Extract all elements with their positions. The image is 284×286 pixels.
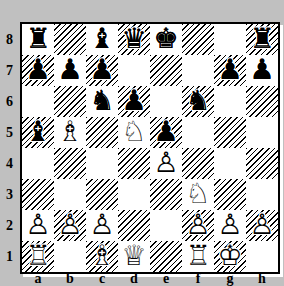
piece-black-rook[interactable]: ♜♜	[22, 24, 54, 55]
piece-black-bishop[interactable]: ♝♝	[86, 24, 118, 55]
piece-outline-layer: ♙	[214, 210, 246, 241]
square-a1[interactable]: ♜♖	[22, 241, 54, 272]
rank-label-1: 1	[0, 241, 19, 272]
piece-outline-layer: ♘	[182, 179, 214, 210]
piece-white-pawn[interactable]: ♟♙	[214, 210, 246, 241]
piece-fill-layer: ♟	[118, 86, 150, 117]
square-g6[interactable]	[214, 86, 246, 117]
piece-fill-layer: ♜	[22, 24, 54, 55]
piece-fill-layer: ♟	[22, 55, 54, 86]
square-a5[interactable]: ♝♝	[22, 117, 54, 148]
square-h5[interactable]	[246, 117, 278, 148]
square-g4[interactable]	[214, 148, 246, 179]
square-e1[interactable]	[150, 241, 182, 272]
piece-black-pawn[interactable]: ♟♟	[214, 55, 246, 86]
file-label-g: g	[214, 272, 246, 286]
piece-black-rook[interactable]: ♜♜	[246, 24, 278, 55]
square-e5[interactable]: ♟♟	[150, 117, 182, 148]
piece-fill-layer: ♝	[54, 117, 86, 148]
square-h2[interactable]: ♟♙	[246, 210, 278, 241]
piece-fill-layer: ♟	[214, 55, 246, 86]
square-e8[interactable]: ♚♚	[150, 24, 182, 55]
piece-fill-layer: ♟	[22, 210, 54, 241]
piece-fill-layer: ♞	[118, 117, 150, 148]
piece-outline-layer: ♝	[22, 117, 54, 148]
piece-fill-layer: ♞	[182, 179, 214, 210]
square-d5[interactable]: ♞♘	[118, 117, 150, 148]
square-h4[interactable]	[246, 148, 278, 179]
square-a2[interactable]: ♟♙	[22, 210, 54, 241]
square-d1[interactable]: ♛♕	[118, 241, 150, 272]
piece-outline-layer: ♙	[182, 210, 214, 241]
piece-fill-layer: ♟	[150, 148, 182, 179]
piece-fill-layer: ♜	[246, 24, 278, 55]
file-label-c: c	[86, 272, 118, 286]
piece-outline-layer: ♙	[86, 210, 118, 241]
piece-outline-layer: ♜	[22, 24, 54, 55]
piece-white-pawn[interactable]: ♟♙	[22, 210, 54, 241]
piece-outline-layer: ♗	[54, 117, 86, 148]
square-a4[interactable]	[22, 148, 54, 179]
square-d7[interactable]	[118, 55, 150, 86]
chessboard[interactable]: ♜♜♝♝♛♛♚♚♜♜♟♟♟♟♟♟♟♟♟♟♞♞♟♟♞♞♝♝♝♗♞♘♟♟♟♙♞♘♟♙…	[22, 24, 278, 272]
file-label-h: h	[246, 272, 278, 286]
piece-white-rook[interactable]: ♜♖	[182, 241, 214, 272]
rank-labels: 87654321	[0, 24, 19, 272]
square-d6[interactable]: ♟♟	[118, 86, 150, 117]
piece-outline-layer: ♛	[118, 24, 150, 55]
piece-white-pawn[interactable]: ♟♙	[150, 148, 182, 179]
piece-white-pawn[interactable]: ♟♙	[54, 210, 86, 241]
square-h8[interactable]: ♜♜	[246, 24, 278, 55]
square-c3[interactable]	[86, 179, 118, 210]
piece-white-king[interactable]: ♚♔	[214, 241, 246, 272]
file-label-f: f	[182, 272, 214, 286]
piece-black-pawn[interactable]: ♟♟	[54, 55, 86, 86]
piece-fill-layer: ♟	[214, 210, 246, 241]
square-d8[interactable]: ♛♛	[118, 24, 150, 55]
piece-fill-layer: ♟	[86, 210, 118, 241]
piece-fill-layer: ♝	[86, 241, 118, 272]
square-a8[interactable]: ♜♜	[22, 24, 54, 55]
rank-label-2: 2	[0, 210, 19, 241]
square-e3[interactable]	[150, 179, 182, 210]
piece-outline-layer: ♟	[22, 55, 54, 86]
square-f4[interactable]	[182, 148, 214, 179]
square-b8[interactable]	[54, 24, 86, 55]
piece-black-pawn[interactable]: ♟♟	[22, 55, 54, 86]
board-frame: ♜♜♝♝♛♛♚♚♜♜♟♟♟♟♟♟♟♟♟♟♞♞♟♟♞♞♝♝♝♗♞♘♟♟♟♙♞♘♟♙…	[20, 22, 280, 274]
square-c6[interactable]: ♞♞	[86, 86, 118, 117]
piece-outline-layer: ♔	[214, 241, 246, 272]
piece-white-bishop[interactable]: ♝♗	[54, 117, 86, 148]
square-a7[interactable]: ♟♟	[22, 55, 54, 86]
rank-label-4: 4	[0, 148, 19, 179]
piece-fill-layer: ♟	[150, 117, 182, 148]
square-a3[interactable]	[22, 179, 54, 210]
piece-fill-layer: ♞	[86, 86, 118, 117]
square-h3[interactable]	[246, 179, 278, 210]
square-c4[interactable]	[86, 148, 118, 179]
square-b6[interactable]	[54, 86, 86, 117]
chess-diagram-window: 87654321 ♜♜♝♝♛♛♚♚♜♜♟♟♟♟♟♟♟♟♟♟♞♞♟♟♞♞♝♝♝♗♞…	[0, 0, 284, 286]
rank-label-3: 3	[0, 179, 19, 210]
file-label-a: a	[22, 272, 54, 286]
square-e4[interactable]: ♟♙	[150, 148, 182, 179]
piece-fill-layer: ♟	[54, 55, 86, 86]
piece-black-knight[interactable]: ♞♞	[182, 86, 214, 117]
piece-white-knight[interactable]: ♞♘	[182, 179, 214, 210]
square-f2[interactable]: ♟♙	[182, 210, 214, 241]
piece-outline-layer: ♙	[150, 148, 182, 179]
square-c1[interactable]: ♝♗	[86, 241, 118, 272]
rank-label-5: 5	[0, 117, 19, 148]
piece-outline-layer: ♙	[22, 210, 54, 241]
square-c2[interactable]: ♟♙	[86, 210, 118, 241]
square-b4[interactable]	[54, 148, 86, 179]
piece-fill-layer: ♜	[22, 241, 54, 272]
square-c8[interactable]: ♝♝	[86, 24, 118, 55]
square-b7[interactable]: ♟♟	[54, 55, 86, 86]
piece-black-queen[interactable]: ♛♛	[118, 24, 150, 55]
piece-fill-layer: ♟	[246, 210, 278, 241]
piece-white-rook[interactable]: ♜♖	[22, 241, 54, 272]
square-g8[interactable]	[214, 24, 246, 55]
piece-black-pawn[interactable]: ♟♟	[86, 55, 118, 86]
piece-outline-layer: ♘	[118, 117, 150, 148]
square-g7[interactable]: ♟♟	[214, 55, 246, 86]
square-e7[interactable]	[150, 55, 182, 86]
piece-outline-layer: ♗	[86, 241, 118, 272]
piece-outline-layer: ♟	[118, 86, 150, 117]
piece-outline-layer: ♜	[246, 24, 278, 55]
square-g5[interactable]	[214, 117, 246, 148]
piece-outline-layer: ♙	[54, 210, 86, 241]
square-h1[interactable]	[246, 241, 278, 272]
piece-white-queen[interactable]: ♛♕	[118, 241, 150, 272]
rank-label-6: 6	[0, 86, 19, 117]
piece-outline-layer: ♟	[214, 55, 246, 86]
piece-black-pawn[interactable]: ♟♟	[150, 117, 182, 148]
piece-outline-layer: ♞	[86, 86, 118, 117]
square-f5[interactable]	[182, 117, 214, 148]
piece-white-knight[interactable]: ♞♘	[118, 117, 150, 148]
piece-outline-layer: ♕	[118, 241, 150, 272]
square-f6[interactable]: ♞♞	[182, 86, 214, 117]
piece-fill-layer: ♛	[118, 241, 150, 272]
piece-fill-layer: ♟	[54, 210, 86, 241]
piece-black-knight[interactable]: ♞♞	[86, 86, 118, 117]
rank-label-7: 7	[0, 55, 19, 86]
square-d3[interactable]	[118, 179, 150, 210]
piece-fill-layer: ♟	[182, 210, 214, 241]
square-g1[interactable]: ♚♔	[214, 241, 246, 272]
piece-outline-layer: ♟	[150, 117, 182, 148]
piece-outline-layer: ♟	[54, 55, 86, 86]
square-c5[interactable]	[86, 117, 118, 148]
square-h6[interactable]	[246, 86, 278, 117]
piece-black-king[interactable]: ♚♚	[150, 24, 182, 55]
piece-white-pawn[interactable]: ♟♙	[246, 210, 278, 241]
file-label-b: b	[54, 272, 86, 286]
square-g3[interactable]	[214, 179, 246, 210]
piece-white-bishop[interactable]: ♝♗	[86, 241, 118, 272]
square-c7[interactable]: ♟♟	[86, 55, 118, 86]
square-b1[interactable]	[54, 241, 86, 272]
square-b3[interactable]	[54, 179, 86, 210]
piece-fill-layer: ♛	[118, 24, 150, 55]
piece-fill-layer: ♚	[150, 24, 182, 55]
square-e2[interactable]	[150, 210, 182, 241]
piece-black-pawn[interactable]: ♟♟	[246, 55, 278, 86]
piece-outline-layer: ♚	[150, 24, 182, 55]
piece-fill-layer: ♚	[214, 241, 246, 272]
square-g2[interactable]: ♟♙	[214, 210, 246, 241]
file-label-d: d	[118, 272, 150, 286]
square-b5[interactable]: ♝♗	[54, 117, 86, 148]
square-f7[interactable]	[182, 55, 214, 86]
rank-label-8: 8	[0, 24, 19, 55]
piece-outline-layer: ♞	[182, 86, 214, 117]
square-f3[interactable]: ♞♘	[182, 179, 214, 210]
piece-white-pawn[interactable]: ♟♙	[182, 210, 214, 241]
piece-fill-layer: ♝	[86, 24, 118, 55]
piece-white-pawn[interactable]: ♟♙	[86, 210, 118, 241]
piece-fill-layer: ♜	[182, 241, 214, 272]
piece-black-pawn[interactable]: ♟♟	[118, 86, 150, 117]
piece-black-bishop[interactable]: ♝♝	[22, 117, 54, 148]
square-e6[interactable]	[150, 86, 182, 117]
piece-fill-layer: ♝	[22, 117, 54, 148]
piece-fill-layer: ♟	[86, 55, 118, 86]
piece-outline-layer: ♖	[22, 241, 54, 272]
square-d4[interactable]	[118, 148, 150, 179]
piece-fill-layer: ♟	[246, 55, 278, 86]
square-f8[interactable]	[182, 24, 214, 55]
square-f1[interactable]: ♜♖	[182, 241, 214, 272]
piece-outline-layer: ♟	[246, 55, 278, 86]
piece-outline-layer: ♖	[182, 241, 214, 272]
file-labels: abcdefgh	[22, 272, 278, 286]
square-h7[interactable]: ♟♟	[246, 55, 278, 86]
piece-outline-layer: ♝	[86, 24, 118, 55]
square-b2[interactable]: ♟♙	[54, 210, 86, 241]
square-a6[interactable]	[22, 86, 54, 117]
piece-outline-layer: ♙	[246, 210, 278, 241]
square-d2[interactable]	[118, 210, 150, 241]
piece-outline-layer: ♟	[86, 55, 118, 86]
piece-fill-layer: ♞	[182, 86, 214, 117]
file-label-e: e	[150, 272, 182, 286]
